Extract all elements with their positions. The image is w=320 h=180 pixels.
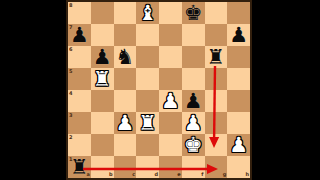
square-g1: g (205, 156, 228, 178)
square-c2 (114, 134, 137, 156)
black-knight-c6: ♞ (115, 46, 134, 68)
square-b8 (91, 2, 114, 24)
square-h6 (227, 46, 250, 68)
file-label-b: b (109, 172, 113, 177)
white-rook-b5: ♜ (93, 68, 112, 90)
square-c5 (114, 68, 137, 90)
square-h3 (227, 112, 250, 134)
file-label-g: g (223, 172, 227, 177)
square-b4 (91, 90, 114, 112)
square-f5 (182, 68, 205, 90)
square-g3 (205, 112, 228, 134)
square-a6: 6 (68, 46, 91, 68)
square-d7 (136, 24, 159, 46)
square-f8: ♚ (182, 2, 205, 24)
square-g8 (205, 2, 228, 24)
square-e8 (159, 2, 182, 24)
rank-label-6: 6 (69, 47, 72, 52)
black-pawn-f4: ♟ (184, 90, 203, 112)
square-h8 (227, 2, 250, 24)
white-pawn-c3: ♟ (115, 112, 134, 134)
white-pawn-f3: ♟ (184, 112, 203, 134)
rank-label-1: 1 (69, 157, 72, 162)
square-d6 (136, 46, 159, 68)
square-c1: c (114, 156, 137, 178)
square-g6: ♜ (205, 46, 228, 68)
file-label-d: d (154, 172, 158, 177)
square-e3 (159, 112, 182, 134)
square-d8: ♝ (136, 2, 159, 24)
square-d2 (136, 134, 159, 156)
square-b1: b (91, 156, 114, 178)
square-b2 (91, 134, 114, 156)
square-f1: f (182, 156, 205, 178)
square-h4 (227, 90, 250, 112)
square-c4 (114, 90, 137, 112)
square-a4: 4 (68, 90, 91, 112)
square-c7 (114, 24, 137, 46)
black-pawn-a7: ♟ (70, 24, 89, 46)
square-f3: ♟ (182, 112, 205, 134)
black-rook-g6: ♜ (206, 46, 225, 68)
square-h5 (227, 68, 250, 90)
file-label-f: f (201, 172, 203, 177)
rank-label-7: 7 (69, 25, 72, 30)
white-king-f2: ♚ (184, 134, 203, 156)
square-a1: 1a♜ (68, 156, 91, 178)
square-d4 (136, 90, 159, 112)
chess-board-frame: 8♝♚7♟♟6♟♞♜5♜4♟♟3♟♜♟2♚♟1a♜bcdefgh (66, 0, 252, 180)
square-h2: ♟ (227, 134, 250, 156)
file-label-h: h (245, 172, 249, 177)
rank-label-5: 5 (69, 69, 72, 74)
file-label-e: e (177, 172, 180, 177)
rank-label-4: 4 (69, 91, 72, 96)
square-d5 (136, 68, 159, 90)
square-a2: 2 (68, 134, 91, 156)
white-rook-d3: ♜ (138, 112, 157, 134)
square-f4: ♟ (182, 90, 205, 112)
square-f6 (182, 46, 205, 68)
square-a5: 5 (68, 68, 91, 90)
chess-board: 8♝♚7♟♟6♟♞♜5♜4♟♟3♟♜♟2♚♟1a♜bcdefgh (68, 2, 250, 178)
black-king-f8: ♚ (184, 2, 203, 24)
black-pawn-h7: ♟ (229, 24, 248, 46)
square-a7: 7♟ (68, 24, 91, 46)
square-e5 (159, 68, 182, 90)
square-a8: 8 (68, 2, 91, 24)
square-e7 (159, 24, 182, 46)
square-b5: ♜ (91, 68, 114, 90)
white-pawn-e4: ♟ (161, 90, 180, 112)
square-c6: ♞ (114, 46, 137, 68)
white-pawn-h2: ♟ (229, 134, 248, 156)
square-c3: ♟ (114, 112, 137, 134)
square-g4 (205, 90, 228, 112)
square-g5 (205, 68, 228, 90)
square-b3 (91, 112, 114, 134)
square-g7 (205, 24, 228, 46)
square-e4: ♟ (159, 90, 182, 112)
file-label-a: a (86, 172, 89, 177)
square-f2: ♚ (182, 134, 205, 156)
white-bishop-d8: ♝ (138, 2, 157, 24)
square-c8 (114, 2, 137, 24)
square-b7 (91, 24, 114, 46)
square-d1: d (136, 156, 159, 178)
rank-label-2: 2 (69, 135, 72, 140)
square-h1: h (227, 156, 250, 178)
rank-label-8: 8 (69, 3, 72, 8)
black-pawn-b6: ♟ (93, 46, 112, 68)
file-label-c: c (132, 172, 135, 177)
video-frame: 8♝♚7♟♟6♟♞♜5♜4♟♟3♟♜♟2♚♟1a♜bcdefgh (0, 0, 320, 180)
square-f7 (182, 24, 205, 46)
rank-label-3: 3 (69, 113, 72, 118)
square-h7: ♟ (227, 24, 250, 46)
square-e2 (159, 134, 182, 156)
square-d3: ♜ (136, 112, 159, 134)
square-e6 (159, 46, 182, 68)
square-e1: e (159, 156, 182, 178)
square-a3: 3 (68, 112, 91, 134)
square-g2 (205, 134, 228, 156)
square-b6: ♟ (91, 46, 114, 68)
